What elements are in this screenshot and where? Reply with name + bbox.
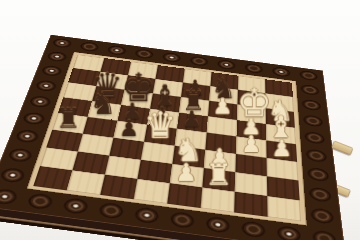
square-c1 [100,175,137,200]
piece-light-pawn-f6: ♟ [208,97,237,118]
square-b6: ♛ [92,86,124,105]
piece-dark-pawn-d5: ♟ [147,105,177,127]
square-c7 [125,75,156,93]
square-f1 [201,187,235,212]
square-c6: ♚ [121,90,153,109]
piece-light-queen-d4: ♛ [144,108,175,144]
square-a1 [33,166,72,190]
square-g7 [237,90,265,108]
piece-dark-rook-a4: ♜ [52,104,83,132]
square-e6: ♜ [179,97,209,116]
square-h2 [267,176,300,200]
clasp-latch-top [331,140,353,155]
board-rotation-wrapper: ♟♞♛♚♝♜♟♚♞♞♟♟♟♟♝♜♟♛♟♟♞♟♟♜ [0,0,360,240]
square-c8 [128,62,158,79]
square-d5: ♟ [147,109,179,129]
square-a5 [58,97,92,117]
square-d8 [155,65,184,82]
square-f2: ♜ [202,168,235,192]
square-g4: ♟ [236,137,267,158]
square-d4: ♛ [144,125,177,146]
piece-dark-knight-f7: ♞ [209,74,237,102]
square-a6 [63,82,96,101]
square-e3: ♞ [172,146,205,168]
piece-dark-queen-b6: ♛ [92,69,121,103]
square-f8 [210,72,238,90]
piece-dark-king-c6: ♚ [121,68,150,107]
square-e7: ♟ [181,83,210,101]
square-b3 [78,134,114,156]
piece-dark-rook-e6: ♜ [179,88,208,114]
square-d1 [134,179,170,204]
photo-scene: ♟♞♛♚♝♜♟♚♞♞♟♟♟♟♝♜♟♛♟♟♞♟♟♜ [0,0,360,240]
piece-light-king-g6: ♚ [237,83,266,122]
board-perspective-wrapper: ♟♞♛♚♝♜♟♚♞♞♟♟♟♟♝♜♟♛♟♟♞♟♟♜ [0,35,343,240]
square-d7 [153,79,183,97]
square-e8 [183,69,212,86]
piece-light-knight-e3: ♞ [172,134,204,166]
piece-light-knight-h6: ♞ [266,97,295,126]
square-b8 [100,58,131,75]
square-g1 [234,192,267,217]
square-a7 [68,68,100,86]
square-h1 [267,196,301,221]
square-g8 [238,76,265,94]
piece-dark-pawn-c4: ♟ [114,117,145,140]
square-h5: ♝ [266,124,296,144]
square-d2 [137,160,172,183]
piece-dark-bishop-d6: ♝ [150,81,179,110]
square-b5: ♞ [88,101,121,121]
piece-dark-pawn-e7: ♟ [181,78,209,99]
square-d3 [141,142,175,164]
square-h7 [265,93,293,112]
square-e1 [167,183,202,208]
piece-light-pawn-g5: ♟ [236,116,266,138]
piece-dark-knight-b5: ♞ [88,89,118,119]
chess-board: ♟♞♛♚♝♜♟♚♞♞♟♟♟♟♝♜♟♛♟♟♞♟♟♜ [0,35,346,240]
square-f7: ♞ [209,86,238,104]
piece-dark-pawn-e5: ♟ [177,108,207,130]
playing-grid: ♟♞♛♚♝♜♟♚♞♞♟♟♟♟♝♜♟♛♟♟♞♟♟♜ [33,55,301,222]
square-h8 [265,79,293,97]
square-b7 [96,72,128,90]
piece-light-pawn-g4: ♟ [236,133,267,156]
piece-light-pawn-h4: ♟ [266,137,297,160]
square-h6: ♞ [266,108,295,127]
square-b2 [72,152,109,175]
square-g6: ♚ [237,105,266,124]
square-c5: ♟ [117,105,150,125]
square-b1 [67,170,105,194]
square-b4 [83,117,118,138]
piece-dark-pawn-c5: ♟ [117,101,147,123]
square-f6: ♟ [208,101,237,120]
square-a8 [73,55,104,72]
piece-light-bishop-h5: ♝ [266,112,296,142]
square-c3 [109,138,144,160]
board-inner-frame: ♟♞♛♚♝♜♟♚♞♞♟♟♟♟♝♜♟♛♟♟♞♟♟♜ [27,52,307,226]
square-d6: ♝ [150,93,181,112]
